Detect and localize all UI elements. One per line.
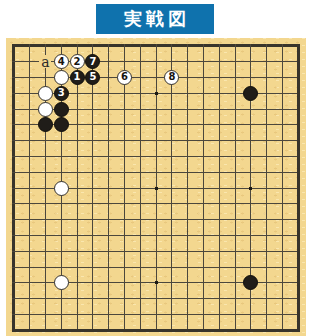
board-point	[38, 117, 54, 133]
page: 実戦図 42715683a	[0, 0, 310, 336]
star-point	[249, 187, 252, 190]
board-point	[53, 117, 69, 133]
stone-white-4: 4	[54, 54, 69, 69]
grid-line	[12, 314, 299, 315]
stone-black-5: 5	[85, 70, 100, 85]
star-point	[155, 281, 158, 284]
grid-line	[12, 251, 299, 252]
stone-black-3: 3	[54, 86, 69, 101]
board-point: 5	[85, 70, 101, 86]
grid-lines	[6, 38, 306, 336]
star-point	[155, 92, 158, 95]
grid-line	[266, 44, 267, 331]
stone-black-7: 7	[85, 54, 100, 69]
board-point	[53, 275, 69, 291]
board-point	[38, 85, 54, 101]
stone-black	[243, 275, 258, 290]
board-point: 1	[69, 70, 85, 86]
stone-black	[243, 86, 258, 101]
board-point: a	[38, 54, 54, 70]
go-board: 42715683a	[6, 38, 306, 336]
board-point	[243, 275, 259, 291]
stone-white	[54, 70, 69, 85]
board-point: 2	[69, 54, 85, 70]
grid-line	[12, 329, 299, 332]
grid-line	[187, 44, 188, 331]
stone-white	[54, 275, 69, 290]
board-point	[243, 85, 259, 101]
board-point	[53, 101, 69, 117]
stone-white-2: 2	[70, 54, 85, 69]
stone-white	[38, 102, 53, 117]
grid-line	[297, 44, 300, 331]
stone-white-8: 8	[164, 70, 179, 85]
grid-line	[12, 219, 299, 220]
stone-black	[38, 117, 53, 132]
grid-line	[12, 235, 299, 236]
board-point	[53, 70, 69, 86]
board-point: 4	[53, 54, 69, 70]
board-point: 3	[53, 85, 69, 101]
stone-white-6: 6	[117, 70, 132, 85]
grid-line	[219, 44, 220, 331]
board-point	[53, 180, 69, 196]
stone-black	[54, 117, 69, 132]
board-point	[38, 101, 54, 117]
grid-line	[235, 44, 236, 331]
stone-black-1: 1	[70, 70, 85, 85]
grid-line	[171, 44, 172, 331]
board-point: 8	[164, 70, 180, 86]
diagram-title-banner: 実戦図	[96, 4, 214, 34]
diagram-title: 実戦図	[120, 10, 190, 28]
grid-line	[282, 44, 283, 331]
board-point: 6	[117, 70, 133, 86]
stone-black	[54, 102, 69, 117]
grid-line	[12, 203, 299, 204]
stone-white	[54, 181, 69, 196]
grid-line	[12, 267, 299, 268]
label-a: a	[39, 55, 51, 68]
grid-line	[12, 298, 299, 299]
grid-line	[203, 44, 204, 331]
board-point: 7	[85, 54, 101, 70]
star-point	[155, 187, 158, 190]
stone-white	[38, 86, 53, 101]
